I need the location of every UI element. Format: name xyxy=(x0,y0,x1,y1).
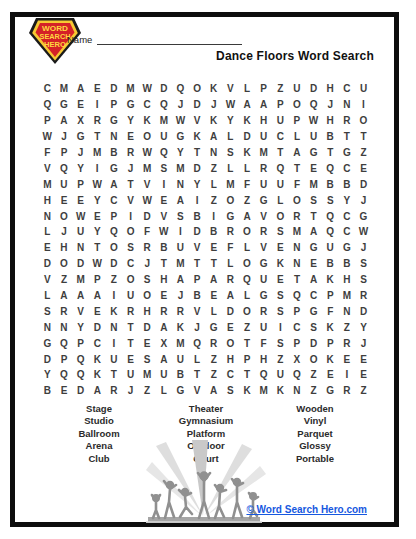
grid-cell: V xyxy=(39,160,56,176)
grid-cell: J xyxy=(56,224,73,240)
grid-cell: P xyxy=(289,303,306,319)
grid-cell: L xyxy=(222,160,239,176)
grid-cell: M xyxy=(172,256,189,272)
grid-cell: Y xyxy=(339,192,356,208)
grid-cell: M xyxy=(305,176,322,192)
grid-cell: T xyxy=(155,256,172,272)
grid-cell: C xyxy=(139,97,156,113)
grid-cell: O xyxy=(56,208,73,224)
grid-cell: Q xyxy=(289,288,306,304)
grid-cell: S xyxy=(222,383,239,399)
grid-cell: A xyxy=(72,81,89,97)
grid-cell: L xyxy=(155,383,172,399)
grid-cell: N xyxy=(289,383,306,399)
grid-cell: T xyxy=(272,145,289,161)
grid-cell: E xyxy=(155,192,172,208)
grid-cell: G xyxy=(172,129,189,145)
grid-cell: E xyxy=(122,351,139,367)
grid-cell: Q xyxy=(172,81,189,97)
grid-cell: U xyxy=(272,113,289,129)
grid-cell: S xyxy=(222,145,239,161)
grid-cell: N xyxy=(56,319,73,335)
grid-cell: S xyxy=(39,303,56,319)
grid-cell: L xyxy=(39,288,56,304)
grid-cell: G xyxy=(339,145,356,161)
grid-cell: E xyxy=(222,319,239,335)
grid-cell: P xyxy=(289,113,306,129)
grid-cell: L xyxy=(189,351,206,367)
grid-cell: B xyxy=(322,176,339,192)
word-list-item: Wooden xyxy=(260,403,370,415)
grid-cell: Z xyxy=(272,351,289,367)
grid-cell: V xyxy=(255,208,272,224)
grid-cell: J xyxy=(355,192,372,208)
grid-cell: U xyxy=(122,367,139,383)
grid-cell: I xyxy=(106,335,123,351)
grid-cell: S xyxy=(272,303,289,319)
grid-cell: T xyxy=(189,256,206,272)
grid-cell: G xyxy=(305,240,322,256)
grid-cell: V xyxy=(189,113,206,129)
word-list-item: Gymnasium xyxy=(151,415,261,427)
grid-cell: X xyxy=(155,335,172,351)
grid-cell: W xyxy=(89,256,106,272)
grid-cell: U xyxy=(355,81,372,97)
grid-cell: G xyxy=(222,208,239,224)
grid-cell: R xyxy=(56,303,73,319)
grid-cell: T xyxy=(106,367,123,383)
grid-cell: Z xyxy=(205,192,222,208)
grid-cell: K xyxy=(239,383,256,399)
grid-cell: K xyxy=(205,113,222,129)
grid-cell: C xyxy=(339,81,356,97)
grid-cell: Z xyxy=(355,383,372,399)
grid-cell: W xyxy=(305,113,322,129)
grid-cell: C xyxy=(39,81,56,97)
grid-cell: B xyxy=(155,240,172,256)
word-list-item: Club xyxy=(44,453,154,465)
grid-cell: M xyxy=(222,176,239,192)
grid-cell: E xyxy=(72,97,89,113)
grid-cell: W xyxy=(139,145,156,161)
grid-cell: M xyxy=(139,367,156,383)
grid-cell: M xyxy=(72,272,89,288)
grid-cell: M xyxy=(172,335,189,351)
grid-cell: L xyxy=(239,240,256,256)
grid-cell: B xyxy=(205,224,222,240)
grid-cell: U xyxy=(255,319,272,335)
grid-cell: B xyxy=(189,288,206,304)
grid-cell: X xyxy=(72,113,89,129)
grid-cell: K xyxy=(189,129,206,145)
grid-cell: J xyxy=(172,97,189,113)
name-label: Name xyxy=(67,34,92,45)
grid-cell: Q xyxy=(272,160,289,176)
grid-cell: V xyxy=(72,303,89,319)
grid-cell: B xyxy=(339,256,356,272)
grid-cell: E xyxy=(355,367,372,383)
grid-cell: M xyxy=(56,81,73,97)
grid-cell: T xyxy=(205,256,222,272)
grid-cell: X xyxy=(289,351,306,367)
grid-cell: Z xyxy=(305,383,322,399)
letter-grid: CMAEDMWDQOKVLPZUDHCUQGEIPGCQJDJWAAPOQJNI… xyxy=(39,81,372,399)
grid-cell: Z xyxy=(239,192,256,208)
grid-cell: A xyxy=(172,192,189,208)
grid-cell: V xyxy=(139,176,156,192)
grid-cell: A xyxy=(172,272,189,288)
grid-cell: D xyxy=(222,303,239,319)
grid-cell: E xyxy=(305,160,322,176)
grid-cell: H xyxy=(39,192,56,208)
grid-cell: T xyxy=(305,208,322,224)
grid-cell: R xyxy=(255,224,272,240)
grid-cell: Q xyxy=(322,208,339,224)
grid-cell: B xyxy=(322,256,339,272)
grid-cell: H xyxy=(255,113,272,129)
grid-cell: Q xyxy=(56,367,73,383)
grid-cell: E xyxy=(322,367,339,383)
grid-cell: Z xyxy=(139,383,156,399)
grid-cell: L xyxy=(239,81,256,97)
grid-cell: T xyxy=(89,129,106,145)
grid-cell: R xyxy=(255,303,272,319)
grid-cell: D xyxy=(305,335,322,351)
grid-cell: W xyxy=(39,129,56,145)
grid-cell: U xyxy=(56,176,73,192)
grid-cell: Z xyxy=(355,145,372,161)
grid-cell: U xyxy=(255,272,272,288)
grid-cell: I xyxy=(89,97,106,113)
grid-cell: C xyxy=(272,129,289,145)
grid-cell: D xyxy=(239,129,256,145)
grid-cell: Y xyxy=(72,319,89,335)
grid-cell: E xyxy=(355,160,372,176)
grid-cell: F xyxy=(39,145,56,161)
grid-cell: A xyxy=(155,351,172,367)
grid-cell: Q xyxy=(155,97,172,113)
grid-cell: O xyxy=(355,113,372,129)
grid-cell: G xyxy=(255,288,272,304)
grid-cell: E xyxy=(89,208,106,224)
grid-cell: E xyxy=(139,335,156,351)
grid-cell: Y xyxy=(222,113,239,129)
grid-cell: R xyxy=(155,303,172,319)
grid-cell: O xyxy=(189,81,206,97)
grid-cell: S xyxy=(172,208,189,224)
grid-cell: U xyxy=(155,367,172,383)
word-search-hero-link[interactable]: © Word Search Hero.com xyxy=(246,504,367,515)
grid-cell: W xyxy=(139,81,156,97)
grid-cell: C xyxy=(289,319,306,335)
page-title: Dance Floors Word Search xyxy=(216,49,374,63)
grid-cell: G xyxy=(172,383,189,399)
grid-cell: E xyxy=(305,256,322,272)
grid-cell: A xyxy=(255,97,272,113)
grid-cell: G xyxy=(255,256,272,272)
grid-cell: Q xyxy=(189,335,206,351)
grid-cell: Z xyxy=(272,81,289,97)
grid-cell: P xyxy=(106,208,123,224)
grid-cell: U xyxy=(272,367,289,383)
grid-cell: K xyxy=(239,113,256,129)
grid-cell: F xyxy=(222,240,239,256)
grid-cell: Q xyxy=(106,224,123,240)
grid-cell: T xyxy=(339,129,356,145)
grid-cell: V xyxy=(189,383,206,399)
grid-cell: U xyxy=(305,129,322,145)
grid-cell: I xyxy=(89,160,106,176)
grid-cell: M xyxy=(39,176,56,192)
grid-cell: O xyxy=(222,335,239,351)
grid-cell: P xyxy=(56,145,73,161)
grid-cell: R xyxy=(106,383,123,399)
grid-cell: P xyxy=(89,272,106,288)
grid-cell: O xyxy=(122,272,139,288)
grid-cell: Q xyxy=(322,160,339,176)
grid-cell: I xyxy=(106,288,123,304)
grid-cell: J xyxy=(355,335,372,351)
grid-cell: S xyxy=(322,192,339,208)
grid-cell: S xyxy=(355,256,372,272)
grid-cell: D xyxy=(305,81,322,97)
grid-cell: M xyxy=(89,145,106,161)
grid-cell: K xyxy=(322,319,339,335)
word-list-item: Ballroom xyxy=(44,428,154,440)
grid-cell: V xyxy=(222,81,239,97)
grid-cell: V xyxy=(155,208,172,224)
grid-cell: T xyxy=(122,319,139,335)
grid-cell: E xyxy=(89,81,106,97)
grid-cell: P xyxy=(322,335,339,351)
grid-cell: U xyxy=(272,176,289,192)
grid-cell: Q xyxy=(305,97,322,113)
grid-cell: I xyxy=(122,208,139,224)
grid-cell: K xyxy=(139,113,156,129)
grid-cell: R xyxy=(122,145,139,161)
grid-cell: B xyxy=(39,383,56,399)
grid-cell: L xyxy=(222,129,239,145)
word-list-column-1: StageStudioBallroomArenaClub xyxy=(44,403,154,465)
grid-cell: S xyxy=(305,192,322,208)
word-list-item: Studio xyxy=(44,415,154,427)
grid-cell: N xyxy=(339,97,356,113)
grid-cell: P xyxy=(239,351,256,367)
grid-cell: R xyxy=(172,303,189,319)
grid-cell: A xyxy=(239,208,256,224)
grid-cell: J xyxy=(189,319,206,335)
page-frame: WORD SEARCH HERO Name Dance Floors Word … xyxy=(10,12,399,527)
grid-cell: K xyxy=(239,145,256,161)
grid-cell: G xyxy=(106,113,123,129)
grid-cell: L xyxy=(289,129,306,145)
grid-cell: D xyxy=(189,97,206,113)
grid-cell: Q xyxy=(155,145,172,161)
grid-cell: O xyxy=(239,224,256,240)
grid-cell: Z xyxy=(205,351,222,367)
grid-cell: E xyxy=(355,351,372,367)
grid-cell: T xyxy=(122,335,139,351)
grid-cell: R xyxy=(222,272,239,288)
grid-cell: A xyxy=(305,224,322,240)
grid-cell: Q xyxy=(72,367,89,383)
grid-cell: T xyxy=(355,129,372,145)
grid-cell: N xyxy=(205,145,222,161)
grid-cell: P xyxy=(272,97,289,113)
grid-cell: Z xyxy=(106,272,123,288)
grid-cell: Z xyxy=(205,160,222,176)
grid-cell: C xyxy=(122,256,139,272)
grid-cell: B xyxy=(339,176,356,192)
grid-cell: O xyxy=(272,208,289,224)
grid-cell: V xyxy=(39,272,56,288)
grid-cell: D xyxy=(89,319,106,335)
word-list-item: Parquet xyxy=(260,428,370,440)
grid-cell: G xyxy=(56,97,73,113)
grid-cell: D xyxy=(355,303,372,319)
grid-cell: I xyxy=(355,97,372,113)
grid-cell: S xyxy=(139,272,156,288)
grid-cell: B xyxy=(106,145,123,161)
grid-cell: B xyxy=(189,208,206,224)
grid-cell: G xyxy=(255,192,272,208)
grid-cell: S xyxy=(122,240,139,256)
grid-cell: V xyxy=(189,303,206,319)
grid-cell: P xyxy=(72,335,89,351)
name-row: Name xyxy=(67,33,242,45)
grid-cell: J xyxy=(72,145,89,161)
grid-cell: U xyxy=(255,129,272,145)
grid-cell: F xyxy=(239,176,256,192)
grid-cell: C xyxy=(339,208,356,224)
grid-cell: T xyxy=(239,367,256,383)
grid-cell: W xyxy=(155,224,172,240)
grid-cell: Q xyxy=(289,367,306,383)
grid-cell: G xyxy=(205,319,222,335)
grid-cell: R xyxy=(122,303,139,319)
grid-cell: Z xyxy=(205,367,222,383)
grid-cell: W xyxy=(89,176,106,192)
grid-cell: R xyxy=(339,113,356,129)
grid-cell: A xyxy=(239,97,256,113)
grid-cell: D xyxy=(189,160,206,176)
grid-cell: A xyxy=(72,288,89,304)
grid-cell: O xyxy=(122,224,139,240)
grid-cell: H xyxy=(139,303,156,319)
grid-cell: H xyxy=(339,272,356,288)
grid-cell: B xyxy=(172,367,189,383)
grid-cell: Z xyxy=(239,319,256,335)
grid-cell: S xyxy=(272,288,289,304)
grid-cell: T xyxy=(122,176,139,192)
grid-cell: G xyxy=(322,383,339,399)
grid-cell: L xyxy=(272,192,289,208)
grid-cell: R xyxy=(89,113,106,129)
logo-line-3: HERO xyxy=(44,40,66,49)
grid-cell: E xyxy=(272,272,289,288)
grid-cell: Y xyxy=(39,367,56,383)
grid-cell: U xyxy=(172,240,189,256)
grid-cell: T xyxy=(322,145,339,161)
grid-cell: M xyxy=(122,81,139,97)
grid-cell: A xyxy=(89,288,106,304)
grid-cell: D xyxy=(39,256,56,272)
grid-cell: T xyxy=(289,272,306,288)
grid-cell: A xyxy=(56,288,73,304)
word-list-item: Glossy xyxy=(260,440,370,452)
grid-cell: M xyxy=(255,383,272,399)
grid-cell: G xyxy=(122,97,139,113)
grid-cell: A xyxy=(155,319,172,335)
grid-cell: I xyxy=(205,208,222,224)
grid-cell: U xyxy=(172,351,189,367)
grid-cell: A xyxy=(205,383,222,399)
grid-cell: O xyxy=(222,192,239,208)
grid-cell: H xyxy=(255,351,272,367)
grid-cell: O xyxy=(289,97,306,113)
grid-cell: H xyxy=(322,81,339,97)
grid-cell: M xyxy=(289,224,306,240)
grid-cell: M xyxy=(339,288,356,304)
grid-cell: R xyxy=(222,224,239,240)
grid-cell: Y xyxy=(89,192,106,208)
grid-cell: U xyxy=(155,129,172,145)
grid-cell: D xyxy=(155,81,172,97)
grid-cell: U xyxy=(255,176,272,192)
grid-cell: H xyxy=(222,351,239,367)
grid-cell: N xyxy=(289,240,306,256)
grid-cell: E xyxy=(122,129,139,145)
grid-cell: T xyxy=(239,335,256,351)
grid-cell: P xyxy=(189,272,206,288)
grid-cell: Z xyxy=(56,272,73,288)
grid-cell: I xyxy=(155,176,172,192)
grid-cell: Y xyxy=(72,160,89,176)
grid-cell: P xyxy=(322,288,339,304)
grid-cell: J xyxy=(56,129,73,145)
grid-cell: S xyxy=(305,319,322,335)
grid-cell: G xyxy=(305,303,322,319)
word-list-item: Portable xyxy=(260,453,370,465)
grid-cell: P xyxy=(72,176,89,192)
grid-cell: R xyxy=(339,335,356,351)
grid-cell: M xyxy=(255,145,272,161)
grid-cell: K xyxy=(322,272,339,288)
grid-cell: A xyxy=(56,113,73,129)
grid-cell: S xyxy=(155,160,172,176)
grid-cell: C xyxy=(339,160,356,176)
grid-cell: O xyxy=(305,351,322,367)
grid-cell: K xyxy=(322,351,339,367)
grid-cell: T xyxy=(189,145,206,161)
grid-cell: A xyxy=(222,288,239,304)
grid-cell: Z xyxy=(305,367,322,383)
grid-cell: E xyxy=(39,240,56,256)
grid-cell: J xyxy=(172,288,189,304)
grid-cell: P xyxy=(106,97,123,113)
grid-cell: Q xyxy=(255,367,272,383)
grid-cell: K xyxy=(205,81,222,97)
grid-cell: F xyxy=(322,303,339,319)
grid-cell: U xyxy=(289,81,306,97)
grid-cell: G xyxy=(305,145,322,161)
grid-cell: E xyxy=(56,383,73,399)
grid-cell: Q xyxy=(56,335,73,351)
grid-cell: R xyxy=(339,383,356,399)
grid-cell: J xyxy=(122,160,139,176)
grid-cell: O xyxy=(56,256,73,272)
grid-cell: H xyxy=(322,113,339,129)
